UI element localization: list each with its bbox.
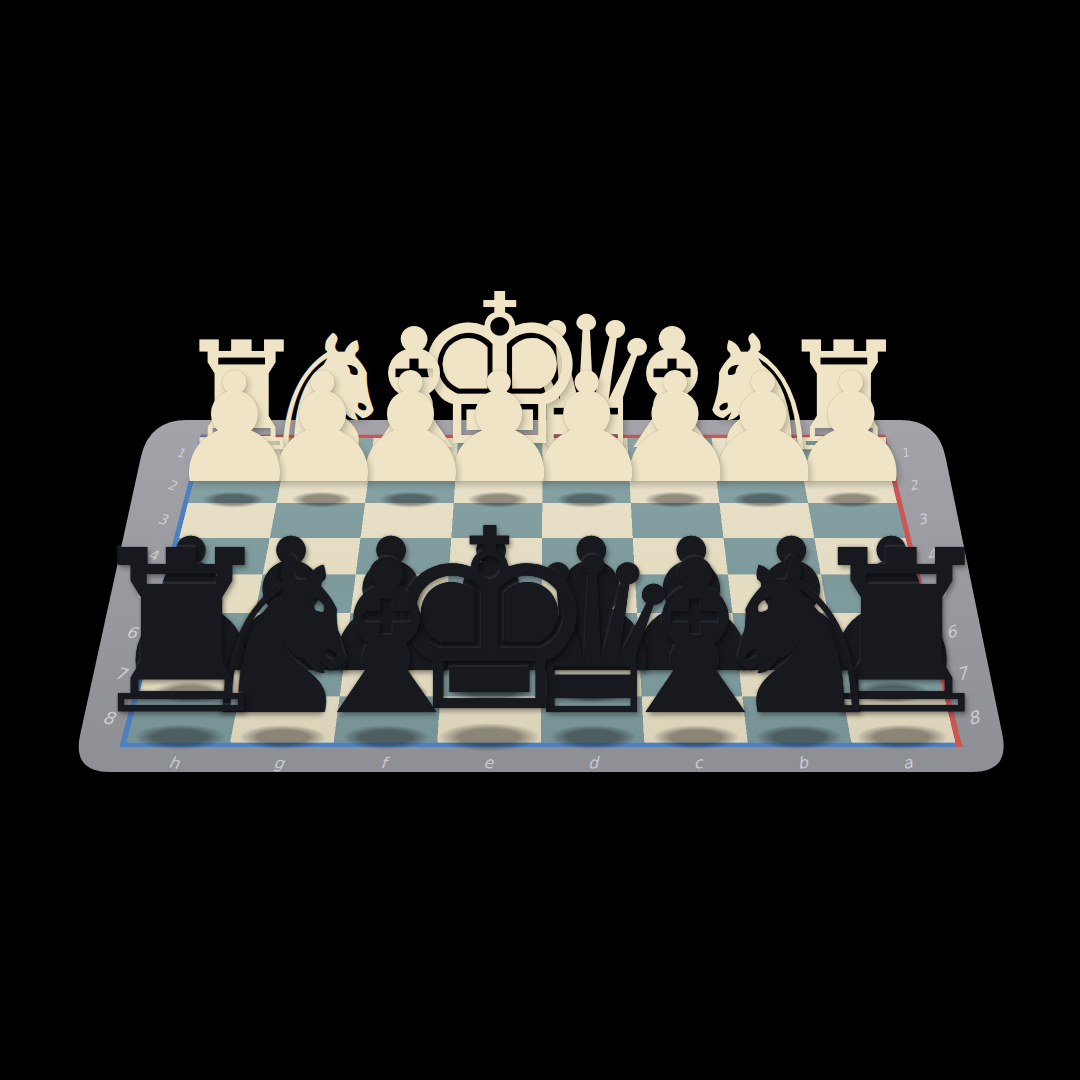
stripe-top-red <box>200 435 886 438</box>
chessboard: 1234567812345678hgfedcba <box>0 0 1080 1080</box>
stripe-bottom-blue <box>120 742 963 747</box>
background: 1234567812345678hgfedcba ♜♞♝♛♚♝♞♜♟♟♟♟♟♟♟… <box>0 0 1080 1080</box>
squares-haze <box>127 438 955 742</box>
